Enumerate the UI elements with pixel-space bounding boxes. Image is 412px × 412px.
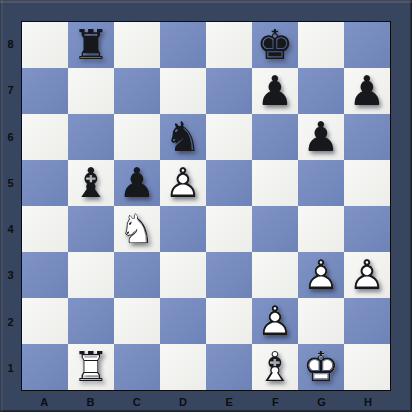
square-c1[interactable] — [114, 344, 160, 390]
square-a2[interactable] — [22, 298, 68, 344]
square-e1[interactable] — [206, 344, 252, 390]
square-a5[interactable] — [22, 160, 68, 206]
square-d1[interactable] — [160, 344, 206, 390]
square-b2[interactable] — [68, 298, 114, 344]
square-f8[interactable]: ♚ — [252, 22, 298, 68]
square-g3[interactable]: ♟♙ — [298, 252, 344, 298]
white-piece-outline: ♙ — [298, 252, 344, 298]
square-d8[interactable] — [160, 22, 206, 68]
white-piece-outline: ♗ — [252, 344, 298, 390]
white-rook[interactable]: ♜♖ — [68, 344, 114, 390]
black-rook[interactable]: ♜ — [68, 22, 114, 68]
chess-board: ♜♚♟♟♞♟♝♟♟♙♞♘♟♙♟♙♟♙♜♖♝♗♚♔ — [21, 21, 391, 391]
square-d4[interactable] — [160, 206, 206, 252]
square-d2[interactable] — [160, 298, 206, 344]
black-king[interactable]: ♚ — [252, 22, 298, 68]
square-c8[interactable] — [114, 22, 160, 68]
square-f3[interactable] — [252, 252, 298, 298]
square-g2[interactable] — [298, 298, 344, 344]
square-h2[interactable] — [344, 298, 390, 344]
file-label-d: D — [160, 391, 206, 412]
square-a3[interactable] — [22, 252, 68, 298]
square-a8[interactable] — [22, 22, 68, 68]
white-pawn[interactable]: ♟♙ — [298, 252, 344, 298]
white-piece-outline: ♘ — [114, 206, 160, 252]
square-c2[interactable] — [114, 298, 160, 344]
square-f1[interactable]: ♝♗ — [252, 344, 298, 390]
square-b6[interactable] — [68, 114, 114, 160]
square-b4[interactable] — [68, 206, 114, 252]
black-pawn[interactable]: ♟ — [344, 68, 390, 114]
square-c7[interactable] — [114, 68, 160, 114]
file-label-b: B — [67, 391, 113, 412]
square-c5[interactable]: ♟ — [114, 160, 160, 206]
square-c6[interactable] — [114, 114, 160, 160]
square-g7[interactable] — [298, 68, 344, 114]
square-h8[interactable] — [344, 22, 390, 68]
file-label-c: C — [114, 391, 160, 412]
square-a6[interactable] — [22, 114, 68, 160]
white-knight[interactable]: ♞♘ — [114, 206, 160, 252]
square-f4[interactable] — [252, 206, 298, 252]
white-pawn[interactable]: ♟♙ — [344, 252, 390, 298]
black-pawn[interactable]: ♟ — [252, 68, 298, 114]
square-d7[interactable] — [160, 68, 206, 114]
white-piece-outline: ♖ — [68, 344, 114, 390]
square-b8[interactable]: ♜ — [68, 22, 114, 68]
rank-label-4: 4 — [0, 206, 21, 252]
square-b5[interactable]: ♝ — [68, 160, 114, 206]
rank-label-7: 7 — [0, 67, 21, 113]
square-b1[interactable]: ♜♖ — [68, 344, 114, 390]
white-piece-outline: ♙ — [160, 160, 206, 206]
file-labels: ABCDEFGH — [21, 391, 391, 412]
black-pawn[interactable]: ♟ — [114, 160, 160, 206]
white-pawn[interactable]: ♟♙ — [252, 298, 298, 344]
square-f7[interactable]: ♟ — [252, 68, 298, 114]
rank-labels: 87654321 — [0, 21, 21, 391]
square-c3[interactable] — [114, 252, 160, 298]
square-g6[interactable]: ♟ — [298, 114, 344, 160]
square-d6[interactable]: ♞ — [160, 114, 206, 160]
white-king[interactable]: ♚♔ — [298, 344, 344, 390]
square-e2[interactable] — [206, 298, 252, 344]
black-bishop[interactable]: ♝ — [68, 160, 114, 206]
white-piece-outline: ♙ — [344, 252, 390, 298]
square-c4[interactable]: ♞♘ — [114, 206, 160, 252]
square-e8[interactable] — [206, 22, 252, 68]
rank-label-8: 8 — [0, 21, 21, 67]
square-b3[interactable] — [68, 252, 114, 298]
white-bishop[interactable]: ♝♗ — [252, 344, 298, 390]
white-pawn[interactable]: ♟♙ — [160, 160, 206, 206]
square-b7[interactable] — [68, 68, 114, 114]
rank-label-6: 6 — [0, 114, 21, 160]
square-e4[interactable] — [206, 206, 252, 252]
file-label-h: H — [345, 391, 391, 412]
white-piece-outline: ♙ — [252, 298, 298, 344]
rank-label-1: 1 — [0, 345, 21, 391]
file-label-g: G — [299, 391, 345, 412]
rank-label-3: 3 — [0, 252, 21, 298]
square-h3[interactable]: ♟♙ — [344, 252, 390, 298]
square-e5[interactable] — [206, 160, 252, 206]
square-g5[interactable] — [298, 160, 344, 206]
square-g4[interactable] — [298, 206, 344, 252]
square-f2[interactable]: ♟♙ — [252, 298, 298, 344]
rank-label-5: 5 — [0, 160, 21, 206]
black-knight[interactable]: ♞ — [160, 114, 206, 160]
square-e3[interactable] — [206, 252, 252, 298]
square-d3[interactable] — [160, 252, 206, 298]
square-h7[interactable]: ♟ — [344, 68, 390, 114]
square-a4[interactable] — [22, 206, 68, 252]
file-label-f: F — [252, 391, 298, 412]
square-e7[interactable] — [206, 68, 252, 114]
chess-board-frame: 87654321 ABCDEFGH ♜♚♟♟♞♟♝♟♟♙♞♘♟♙♟♙♟♙♜♖♝♗… — [0, 0, 412, 412]
square-a7[interactable] — [22, 68, 68, 114]
square-d5[interactable]: ♟♙ — [160, 160, 206, 206]
file-label-a: A — [21, 391, 67, 412]
square-h1[interactable] — [344, 344, 390, 390]
square-e6[interactable] — [206, 114, 252, 160]
square-g8[interactable] — [298, 22, 344, 68]
square-f5[interactable] — [252, 160, 298, 206]
square-h6[interactable] — [344, 114, 390, 160]
square-f6[interactable] — [252, 114, 298, 160]
square-h4[interactable] — [344, 206, 390, 252]
square-a1[interactable] — [22, 344, 68, 390]
square-h5[interactable] — [344, 160, 390, 206]
file-label-e: E — [206, 391, 252, 412]
rank-label-2: 2 — [0, 299, 21, 345]
white-piece-outline: ♔ — [298, 344, 344, 390]
black-pawn[interactable]: ♟ — [298, 114, 344, 160]
square-g1[interactable]: ♚♔ — [298, 344, 344, 390]
